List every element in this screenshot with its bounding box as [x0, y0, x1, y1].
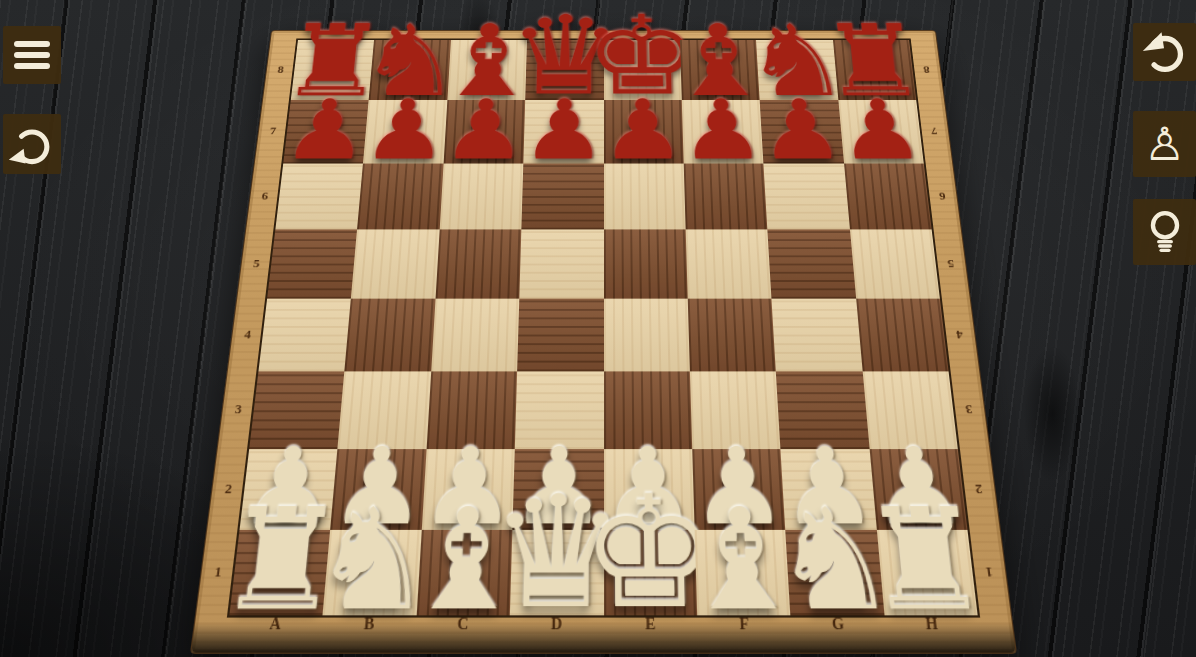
square-b5[interactable]: [351, 229, 439, 298]
pawn-icon: ♙: [1144, 121, 1185, 167]
restart-button[interactable]: [3, 114, 61, 174]
square-h6[interactable]: [844, 163, 932, 229]
square-c7[interactable]: ♟: [443, 100, 525, 163]
hamburger-icon: [14, 41, 50, 69]
rank-label: 3: [964, 402, 973, 418]
square-h7[interactable]: ♟: [838, 100, 924, 163]
square-f4[interactable]: [688, 299, 776, 372]
square-d7[interactable]: ♟: [523, 100, 603, 163]
undo-button[interactable]: [1133, 23, 1196, 81]
piece-style-button[interactable]: ♙: [1133, 111, 1196, 177]
square-g4[interactable]: [772, 299, 863, 372]
square-e5[interactable]: [604, 229, 688, 298]
board-frame: 87654321 87654321 ABCDEFGH ♜♞♝♛♚♝♞♜♟♟♟♟♟…: [190, 30, 1017, 654]
piece-white-rook-h1[interactable]: ♜: [858, 491, 996, 631]
rank-label: 6: [938, 189, 946, 203]
square-c6[interactable]: [439, 163, 523, 229]
board-grid: ♜♞♝♛♚♝♞♜♟♟♟♟♟♟♟♟♟♟♟♟♟♟♟♟♜♞♝♛♚♝♞♜: [229, 40, 977, 615]
piece-red-pawn-c7[interactable]: ♟: [440, 89, 528, 172]
square-h5[interactable]: [850, 229, 940, 298]
square-c5[interactable]: [435, 229, 521, 298]
square-b4[interactable]: [345, 299, 436, 372]
square-g6[interactable]: [764, 163, 850, 229]
square-b7[interactable]: ♟: [363, 100, 447, 163]
square-f5[interactable]: [686, 229, 772, 298]
lightbulb-icon: [1138, 203, 1192, 261]
piece-red-pawn-d7[interactable]: ♟: [521, 89, 606, 172]
piece-red-pawn-f7[interactable]: ♟: [679, 89, 767, 172]
square-a4[interactable]: [258, 299, 351, 372]
undo-arrow-icon: [1138, 25, 1192, 79]
rank-label: 7: [930, 125, 938, 138]
piece-red-pawn-g7[interactable]: ♟: [757, 89, 847, 172]
menu-button[interactable]: [3, 26, 61, 84]
rank-label: 5: [252, 256, 260, 271]
square-e7[interactable]: ♟: [604, 100, 684, 163]
rank-label: 3: [234, 402, 243, 418]
rank-label: 4: [955, 327, 963, 342]
square-a5[interactable]: [267, 229, 357, 298]
chess-board: 87654321 87654321 ABCDEFGH ♜♞♝♛♚♝♞♜♟♟♟♟♟…: [190, 30, 1017, 654]
square-f7[interactable]: ♟: [682, 100, 764, 163]
square-e4[interactable]: [604, 299, 690, 372]
square-h4[interactable]: [856, 299, 949, 372]
square-c4[interactable]: [431, 299, 519, 372]
square-h1[interactable]: ♜: [876, 530, 977, 616]
piece-red-pawn-h7[interactable]: ♟: [835, 89, 928, 172]
square-g5[interactable]: [768, 229, 856, 298]
rank-label: 5: [946, 256, 954, 271]
restart-icon: [6, 117, 58, 171]
square-a7[interactable]: ♟: [283, 100, 369, 163]
piece-red-pawn-a7[interactable]: ♟: [280, 89, 373, 172]
square-a6[interactable]: [275, 163, 363, 229]
square-e6[interactable]: [604, 163, 686, 229]
piece-red-pawn-e7[interactable]: ♟: [601, 89, 686, 172]
square-b6[interactable]: [357, 163, 443, 229]
rank-label: 4: [243, 327, 251, 342]
square-f6[interactable]: [684, 163, 768, 229]
rank-label: 7: [269, 125, 277, 138]
hint-button[interactable]: [1133, 199, 1196, 265]
rank-label: 6: [261, 189, 269, 203]
piece-red-pawn-b7[interactable]: ♟: [360, 89, 450, 172]
square-g7[interactable]: ♟: [760, 100, 844, 163]
square-d4[interactable]: [517, 299, 603, 372]
square-d5[interactable]: [519, 229, 603, 298]
square-d6[interactable]: [521, 163, 603, 229]
